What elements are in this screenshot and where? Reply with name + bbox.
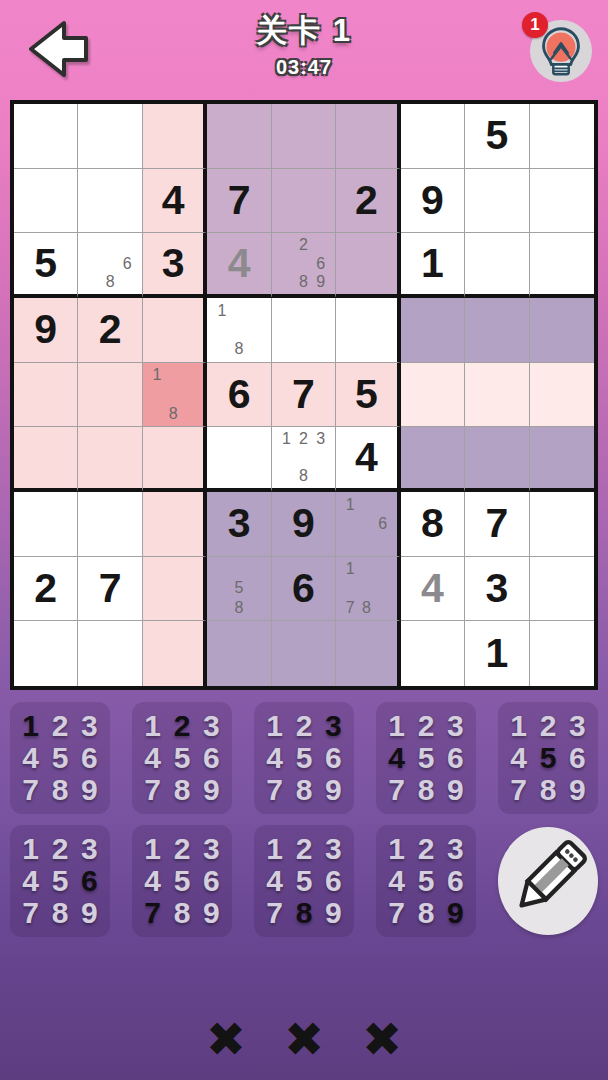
cell-r9c5[interactable] <box>272 621 336 686</box>
cell-r2c4[interactable]: 7 <box>207 169 271 234</box>
numpad-digit: 7 <box>22 775 39 805</box>
pencil-icon <box>502 833 594 929</box>
cell-r2c6[interactable]: 2 <box>336 169 400 234</box>
cell-r1c4[interactable] <box>207 104 271 169</box>
cell-r8c9[interactable] <box>530 557 594 622</box>
numpad-digit: 3 <box>203 711 220 741</box>
cell-r7c5[interactable]: 9 <box>272 492 336 557</box>
cell-r5c1[interactable] <box>14 363 78 428</box>
cell-r6c8[interactable] <box>465 427 529 492</box>
numpad-digit: 5 <box>296 743 313 773</box>
numpad-digit: 7 <box>22 898 39 928</box>
cell-r3c7[interactable]: 1 <box>401 233 465 298</box>
cell-r7c9[interactable] <box>530 492 594 557</box>
cell-r4c9[interactable] <box>530 298 594 363</box>
cell-r9c6[interactable] <box>336 621 400 686</box>
cell-r7c1[interactable] <box>14 492 78 557</box>
pencil-digit: 8 <box>165 404 181 423</box>
pencil-digit: 1 <box>278 430 295 448</box>
numpad-digit: 8 <box>418 898 435 928</box>
pencil-digit: 9 <box>312 273 329 291</box>
mistake-x-icon: ✖ <box>362 1016 402 1064</box>
pencil-marks: 18 <box>207 298 270 362</box>
hint-button[interactable]: 1 <box>522 12 594 86</box>
pencil-digit: 2 <box>295 430 312 448</box>
numpad-button-5[interactable]: 123456789 <box>498 702 598 814</box>
cell-r4c1[interactable]: 9 <box>14 298 78 363</box>
cell-r5c7[interactable] <box>401 363 465 428</box>
numpad-digit: 8 <box>296 775 313 805</box>
given-digit: 1 <box>421 243 444 284</box>
hint-count-badge: 1 <box>522 12 548 38</box>
user-digit: 4 <box>421 568 444 609</box>
cell-r7c6[interactable]: 16 <box>336 492 400 557</box>
numpad-digit: 1 <box>388 711 405 741</box>
numpad-active-digit: 2 <box>174 711 191 741</box>
mistake-x-icon: ✖ <box>206 1016 246 1064</box>
numpad-digit: 6 <box>325 743 342 773</box>
numpad-digit: 1 <box>266 834 283 864</box>
cell-r6c6[interactable]: 4 <box>336 427 400 492</box>
numpad-digit: 2 <box>540 711 557 741</box>
numpad-digit: 9 <box>325 898 342 928</box>
cell-r2c7[interactable]: 9 <box>401 169 465 234</box>
pencil-digit: 8 <box>230 598 247 617</box>
pencil-digit: 1 <box>213 301 230 320</box>
numpad-digit: 3 <box>203 834 220 864</box>
cell-r4c4[interactable]: 18 <box>207 298 271 363</box>
numpad-digit: 9 <box>81 775 98 805</box>
given-digit: 7 <box>99 568 122 609</box>
numpad-digit: 3 <box>447 711 464 741</box>
cell-r5c3[interactable]: 18 <box>143 363 207 428</box>
sudoku-board: 5472956834268919218186751238439168727586… <box>10 100 598 690</box>
pencil-digit: 1 <box>149 366 165 385</box>
pencil-marks: 18 <box>143 363 203 427</box>
cell-r7c3[interactable] <box>143 492 207 557</box>
numpad-button-2[interactable]: 123456789 <box>132 702 232 814</box>
numpad-button-4[interactable]: 123456789 <box>376 702 476 814</box>
numpad-digit: 5 <box>52 866 69 896</box>
mistake-x-icon: ✖ <box>284 1016 324 1064</box>
pencil-digit: 8 <box>295 467 312 485</box>
numpad-digit: 2 <box>296 711 313 741</box>
numpad-active-digit: 8 <box>296 898 313 928</box>
cell-r8c4[interactable]: 58 <box>207 557 271 622</box>
pencil-digit: 3 <box>312 430 329 448</box>
pencil-marks: 16 <box>336 492 396 556</box>
numpad-digit: 8 <box>540 775 557 805</box>
cell-r8c3[interactable] <box>143 557 207 622</box>
cell-r8c5[interactable]: 6 <box>272 557 336 622</box>
given-digit: 9 <box>34 309 57 350</box>
numpad-digit: 2 <box>418 711 435 741</box>
cell-r4c7[interactable] <box>401 298 465 363</box>
cell-r9c7[interactable] <box>401 621 465 686</box>
cell-r6c7[interactable] <box>401 427 465 492</box>
pencil-digit: 8 <box>230 339 247 358</box>
numpad-digit: 1 <box>144 711 161 741</box>
numpad-digit: 3 <box>81 711 98 741</box>
pencil-toggle-button[interactable] <box>498 827 598 935</box>
cell-r1c1[interactable] <box>14 104 78 169</box>
cell-r6c5[interactable]: 1238 <box>272 427 336 492</box>
cell-r5c9[interactable] <box>530 363 594 428</box>
numpad-digit: 4 <box>22 866 39 896</box>
numpad-digit: 6 <box>81 743 98 773</box>
numpad-digit: 1 <box>144 834 161 864</box>
cell-r5c5[interactable]: 7 <box>272 363 336 428</box>
numpad-digit: 7 <box>266 898 283 928</box>
numpad-active-digit: 3 <box>325 711 342 741</box>
cell-r5c8[interactable] <box>465 363 529 428</box>
numpad-digit: 3 <box>569 711 586 741</box>
numpad-digit: 3 <box>81 834 98 864</box>
pencil-digit: 6 <box>375 514 391 533</box>
header: 关卡 1 03:47 1 <box>0 0 608 97</box>
pencil-marks: 58 <box>207 557 270 621</box>
given-digit: 3 <box>228 503 251 544</box>
numpad-active-digit: 7 <box>144 898 161 928</box>
given-digit: 8 <box>421 503 444 544</box>
given-digit: 2 <box>355 180 378 221</box>
numpad-digit: 8 <box>174 775 191 805</box>
numpad-digit: 6 <box>447 866 464 896</box>
given-digit: 9 <box>292 503 315 544</box>
pencil-digit: 8 <box>358 598 374 617</box>
cell-r9c9[interactable] <box>530 621 594 686</box>
numpad-digit: 8 <box>418 775 435 805</box>
cell-r6c4[interactable] <box>207 427 271 492</box>
numpad-digit: 5 <box>52 743 69 773</box>
numpad-digit: 9 <box>325 775 342 805</box>
pencil-digit: 2 <box>295 236 312 254</box>
numpad-digit: 9 <box>203 898 220 928</box>
pencil-digit: 7 <box>342 598 358 617</box>
given-digit: 5 <box>485 115 508 156</box>
cell-r3c8[interactable] <box>465 233 529 298</box>
cell-r2c3[interactable]: 4 <box>143 169 207 234</box>
cell-r1c6[interactable] <box>336 104 400 169</box>
mistakes-indicator: ✖✖✖ <box>0 1008 608 1072</box>
lightbulb-icon <box>530 68 592 85</box>
numpad-button-9[interactable]: 123456789 <box>376 825 476 937</box>
numpad-digit: 8 <box>174 898 191 928</box>
numpad-digit: 2 <box>174 834 191 864</box>
numpad-digit: 1 <box>266 711 283 741</box>
numpad-digit: 1 <box>510 711 527 741</box>
cell-r4c5[interactable] <box>272 298 336 363</box>
numpad-digit: 7 <box>388 775 405 805</box>
numpad-active-digit: 4 <box>388 743 405 773</box>
cell-r4c2[interactable]: 2 <box>78 298 142 363</box>
cell-r4c8[interactable] <box>465 298 529 363</box>
numpad-digit: 3 <box>447 834 464 864</box>
cell-r6c3[interactable] <box>143 427 207 492</box>
given-digit: 2 <box>99 309 122 350</box>
cell-r2c1[interactable] <box>14 169 78 234</box>
numpad-digit: 4 <box>266 743 283 773</box>
cell-r5c4[interactable]: 6 <box>207 363 271 428</box>
numpad-digit: 7 <box>144 775 161 805</box>
cell-r2c8[interactable] <box>465 169 529 234</box>
numpad-active-digit: 5 <box>540 743 557 773</box>
cell-r7c2[interactable] <box>78 492 142 557</box>
cell-r3c1[interactable]: 5 <box>14 233 78 298</box>
numpad-digit: 4 <box>510 743 527 773</box>
user-digit: 4 <box>228 243 251 284</box>
numpad-digit: 1 <box>22 834 39 864</box>
numpad-digit: 4 <box>144 743 161 773</box>
cell-r3c9[interactable] <box>530 233 594 298</box>
given-digit: 3 <box>162 243 185 284</box>
numpad-digit: 7 <box>388 898 405 928</box>
cell-r3c6[interactable] <box>336 233 400 298</box>
cell-r6c2[interactable] <box>78 427 142 492</box>
cell-r8c6[interactable]: 178 <box>336 557 400 622</box>
numpad-digit: 8 <box>52 898 69 928</box>
given-digit: 7 <box>228 180 251 221</box>
given-digit: 4 <box>162 180 185 221</box>
numpad-digit: 6 <box>203 743 220 773</box>
cell-r1c7[interactable] <box>401 104 465 169</box>
cell-r8c7[interactable]: 4 <box>401 557 465 622</box>
cell-r2c9[interactable] <box>530 169 594 234</box>
given-digit: 6 <box>292 568 315 609</box>
pencil-digit: 6 <box>312 255 329 273</box>
given-digit: 5 <box>34 243 57 284</box>
cell-r6c9[interactable] <box>530 427 594 492</box>
numpad-digit: 1 <box>388 834 405 864</box>
cell-r2c5[interactable] <box>272 169 336 234</box>
numpad-digit: 9 <box>203 775 220 805</box>
numpad-digit: 4 <box>388 866 405 896</box>
given-digit: 1 <box>485 633 508 674</box>
numpad-active-digit: 6 <box>81 866 98 896</box>
numpad-active-digit: 1 <box>22 711 39 741</box>
cell-r7c8[interactable]: 7 <box>465 492 529 557</box>
numpad-digit: 8 <box>52 775 69 805</box>
given-digit: 7 <box>292 374 315 415</box>
numpad-active-digit: 9 <box>447 898 464 928</box>
given-digit: 9 <box>421 180 444 221</box>
numpad-digit: 4 <box>22 743 39 773</box>
cell-r1c9[interactable] <box>530 104 594 169</box>
numpad-digit: 5 <box>418 743 435 773</box>
number-pad: 1234567891234567891234567891234567891234… <box>10 702 598 948</box>
given-digit: 6 <box>228 374 251 415</box>
cell-r9c3[interactable] <box>143 621 207 686</box>
numpad-digit: 6 <box>569 743 586 773</box>
cell-r4c3[interactable] <box>143 298 207 363</box>
cell-r1c2[interactable] <box>78 104 142 169</box>
pencil-marks: 178 <box>336 557 396 621</box>
numpad-digit: 6 <box>203 866 220 896</box>
cell-r9c8[interactable]: 1 <box>465 621 529 686</box>
numpad-button-6[interactable]: 123456789 <box>10 825 110 937</box>
page-title: 关卡 1 <box>0 10 608 52</box>
numpad-button-7[interactable]: 123456789 <box>132 825 232 937</box>
cell-r9c1[interactable] <box>14 621 78 686</box>
cell-r5c2[interactable] <box>78 363 142 428</box>
numpad-digit: 7 <box>510 775 527 805</box>
numpad-digit: 9 <box>569 775 586 805</box>
given-digit: 2 <box>34 568 57 609</box>
cell-r8c2[interactable]: 7 <box>78 557 142 622</box>
pencil-digit: 6 <box>119 255 136 273</box>
cell-r3c3[interactable]: 3 <box>143 233 207 298</box>
numpad-button-1[interactable]: 123456789 <box>10 702 110 814</box>
cell-r5c6[interactable]: 5 <box>336 363 400 428</box>
numpad-digit: 6 <box>447 743 464 773</box>
numpad-digit: 5 <box>418 866 435 896</box>
cell-r7c7[interactable]: 8 <box>401 492 465 557</box>
cell-r9c2[interactable] <box>78 621 142 686</box>
cell-r3c2[interactable]: 68 <box>78 233 142 298</box>
pencil-marks: 68 <box>78 233 141 294</box>
numpad-digit: 5 <box>174 866 191 896</box>
cell-r8c1[interactable]: 2 <box>14 557 78 622</box>
numpad-digit: 4 <box>266 866 283 896</box>
numpad-digit: 3 <box>325 834 342 864</box>
given-digit: 3 <box>485 568 508 609</box>
cell-r9c4[interactable] <box>207 621 271 686</box>
cell-r3c5[interactable]: 2689 <box>272 233 336 298</box>
numpad-digit: 2 <box>52 834 69 864</box>
numpad-digit: 2 <box>418 834 435 864</box>
numpad-digit: 9 <box>81 898 98 928</box>
cell-r3c4[interactable]: 4 <box>207 233 271 298</box>
cell-r4c6[interactable] <box>336 298 400 363</box>
given-digit: 4 <box>355 437 378 478</box>
cell-r8c8[interactable]: 3 <box>465 557 529 622</box>
cell-r1c3[interactable] <box>143 104 207 169</box>
pencil-marks: 1238 <box>272 427 335 488</box>
cell-r7c4[interactable]: 3 <box>207 492 271 557</box>
pencil-digit: 8 <box>102 273 119 291</box>
numpad-digit: 5 <box>296 866 313 896</box>
numpad-button-8[interactable]: 123456789 <box>254 825 354 937</box>
given-digit: 5 <box>355 374 378 415</box>
numpad-digit: 2 <box>296 834 313 864</box>
numpad-digit: 2 <box>52 711 69 741</box>
pencil-digit: 1 <box>342 560 358 579</box>
pencil-digit: 1 <box>342 495 358 514</box>
numpad-digit: 9 <box>447 775 464 805</box>
pencil-marks: 2689 <box>272 233 335 294</box>
numpad-digit: 6 <box>325 866 342 896</box>
pencil-digit: 5 <box>230 579 247 598</box>
numpad-digit: 7 <box>266 775 283 805</box>
given-digit: 7 <box>485 503 508 544</box>
cell-r6c1[interactable] <box>14 427 78 492</box>
numpad-button-3[interactable]: 123456789 <box>254 702 354 814</box>
pencil-digit: 8 <box>295 273 312 291</box>
cell-r1c8[interactable]: 5 <box>465 104 529 169</box>
numpad-digit: 4 <box>144 866 161 896</box>
cell-r1c5[interactable] <box>272 104 336 169</box>
pencil-toggle-slot <box>498 825 598 937</box>
cell-r2c2[interactable] <box>78 169 142 234</box>
numpad-digit: 5 <box>174 743 191 773</box>
timer: 03:47 <box>0 56 608 79</box>
